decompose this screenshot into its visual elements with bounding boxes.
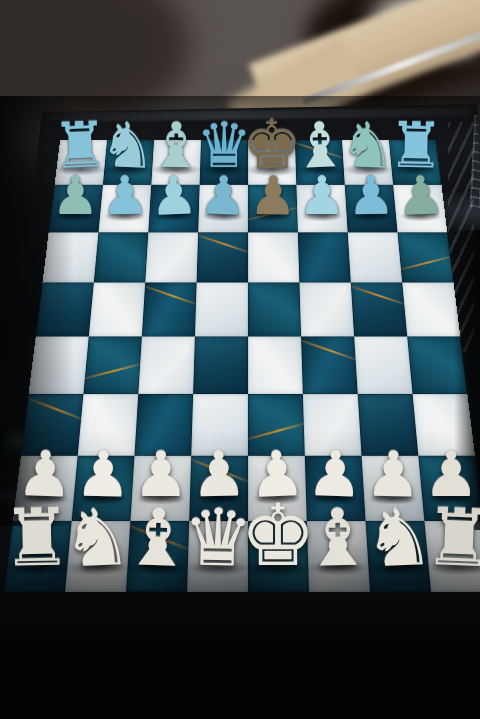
pieces-layer: ♜♞♝♛♚♝♞♜♟♟♟♟♟♟♟♟♟♟♟♟♟♟♟♟♜♞♝♛♚♝♞♜ (0, 0, 480, 719)
piece-white-rook-h1[interactable]: ♜ (422, 497, 480, 579)
piece-black-pawn-a7[interactable]: ♟ (52, 169, 100, 222)
photo-of-chess-set: ♜♞♝♛♚♝♞♜♟♟♟♟♟♟♟♟♟♟♟♟♟♟♟♟♜♞♝♛♚♝♞♜ (0, 0, 480, 719)
piece-black-pawn-c7[interactable]: ♟ (149, 168, 199, 223)
piece-black-pawn-h7[interactable]: ♟ (396, 168, 446, 223)
piece-black-pawn-d7[interactable]: ♟ (198, 168, 248, 223)
piece-black-pawn-e7[interactable]: ♟ (248, 169, 297, 223)
piece-black-pawn-b7[interactable]: ♟ (100, 169, 149, 223)
piece-black-pawn-g7[interactable]: ♟ (347, 169, 396, 223)
piece-black-pawn-f7[interactable]: ♟ (298, 169, 346, 222)
